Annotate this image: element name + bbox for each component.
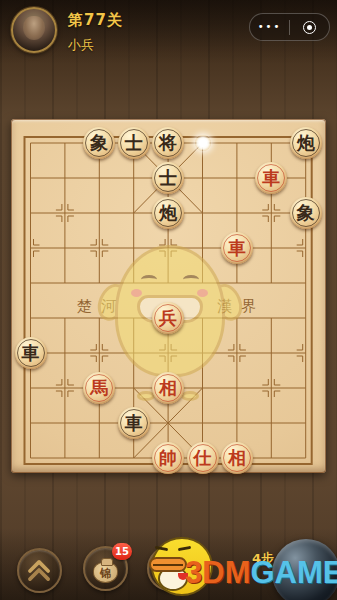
money-bag-icon: 锦 — [93, 562, 118, 583]
avatar[interactable] — [11, 7, 57, 53]
red-king[interactable]: 帥 — [152, 442, 184, 474]
expand-button[interactable] — [17, 548, 62, 593]
chevron-up-icon — [19, 550, 60, 591]
black-advisor[interactable]: 士 — [118, 127, 150, 159]
black-elephant[interactable]: 象 — [290, 197, 322, 229]
watermark-game: GAME — [250, 555, 337, 590]
wechat-capsule: ••• — [249, 13, 330, 41]
black-cannon[interactable]: 炮 — [290, 127, 322, 159]
red-soldier[interactable]: 兵 — [152, 302, 184, 334]
red-horse[interactable]: 馬 — [83, 372, 115, 404]
xiangqi-board[interactable]: 楚河 漢界 象士将炮士車炮象車兵車馬相車帥仕相 — [11, 119, 326, 473]
chick-beak-icon — [149, 557, 187, 572]
level-title: 第77关 — [68, 11, 123, 30]
player-name: 小兵 — [68, 36, 123, 54]
black-elephant[interactable]: 象 — [83, 127, 115, 159]
red-rook[interactable]: 車 — [221, 232, 253, 264]
black-rook[interactable]: 車 — [15, 337, 47, 369]
menu-dots-icon[interactable]: ••• — [250, 14, 289, 40]
title-block: 第77关 小兵 — [68, 11, 123, 54]
red-elephant[interactable]: 相 — [221, 442, 253, 474]
black-cannon[interactable]: 炮 — [152, 197, 184, 229]
close-circle-icon[interactable] — [290, 21, 329, 34]
highlight-dot — [195, 135, 211, 151]
watermark: 3DMGAME — [185, 555, 337, 591]
hint-count-badge: 15 — [112, 543, 132, 560]
top-bar: 第77关 小兵 ••• — [0, 0, 337, 64]
piece-layer: 象士将炮士車炮象車兵車馬相車帥仕相 — [11, 119, 326, 473]
red-advisor[interactable]: 仕 — [187, 442, 219, 474]
hint-bag-button[interactable]: 锦 15 — [83, 546, 128, 591]
watermark-3dm: 3DM — [185, 555, 250, 590]
black-advisor[interactable]: 士 — [152, 162, 184, 194]
red-elephant[interactable]: 相 — [152, 372, 184, 404]
black-rook[interactable]: 車 — [118, 407, 150, 439]
black-general[interactable]: 将 — [152, 127, 184, 159]
red-rook[interactable]: 車 — [255, 162, 287, 194]
